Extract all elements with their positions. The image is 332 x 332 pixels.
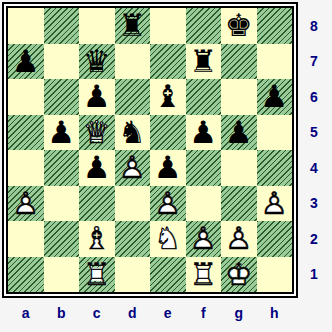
- square-d3[interactable]: [115, 186, 151, 222]
- square-a2[interactable]: [8, 221, 44, 257]
- piece-glyph: ♟: [221, 115, 257, 151]
- piece-black-king[interactable]: ♚: [221, 8, 257, 44]
- piece-glyph: ♟: [257, 79, 293, 115]
- piece-glyph: ♟: [44, 115, 80, 151]
- square-c2[interactable]: ♝♗: [79, 221, 115, 257]
- piece-white-pawn[interactable]: ♟♙: [186, 221, 222, 257]
- piece-black-pawn[interactable]: ♟: [221, 115, 257, 151]
- piece-glyph: ♚: [221, 8, 257, 44]
- rank-label-1: 1: [300, 257, 328, 293]
- file-label-f: f: [186, 300, 222, 326]
- square-f4[interactable]: [186, 150, 222, 186]
- rank-label-4: 4: [300, 150, 328, 186]
- piece-glyph-fill: ♟: [257, 186, 293, 222]
- file-label-d: d: [115, 300, 151, 326]
- square-h3[interactable]: ♟♙: [257, 186, 293, 222]
- chess-diagram: ♜♚♟♛♜♟♝♟♟♛♕♞♟♟♟♟♙♟♟♙♟♙♟♙♝♗♞♘♟♙♟♙♜♖♜♖♚♔ a…: [0, 0, 332, 332]
- piece-black-bishop[interactable]: ♝: [150, 79, 186, 115]
- square-d1[interactable]: [115, 257, 151, 293]
- piece-glyph-outline: ♕: [79, 115, 115, 151]
- rank-label-5: 5: [300, 115, 328, 151]
- square-b7[interactable]: [44, 44, 80, 80]
- rank-label-3: 3: [300, 186, 328, 222]
- piece-white-pawn[interactable]: ♟♙: [257, 186, 293, 222]
- piece-white-rook[interactable]: ♜♖: [79, 257, 115, 293]
- piece-glyph: ♟: [79, 150, 115, 186]
- square-h1[interactable]: [257, 257, 293, 293]
- square-d6[interactable]: [115, 79, 151, 115]
- piece-glyph: ♟: [186, 115, 222, 151]
- piece-black-pawn[interactable]: ♟: [8, 44, 44, 80]
- piece-black-pawn[interactable]: ♟: [186, 115, 222, 151]
- board-grid: ♜♚♟♛♜♟♝♟♟♛♕♞♟♟♟♟♙♟♟♙♟♙♟♙♝♗♞♘♟♙♟♙♜♖♜♖♚♔: [6, 6, 294, 294]
- piece-glyph-outline: ♙: [115, 150, 151, 186]
- piece-glyph: ♟: [79, 79, 115, 115]
- piece-white-pawn[interactable]: ♟♙: [221, 221, 257, 257]
- square-c5[interactable]: ♛♕: [79, 115, 115, 151]
- piece-glyph-fill: ♟: [8, 186, 44, 222]
- square-f8[interactable]: [186, 8, 222, 44]
- square-e7[interactable]: [150, 44, 186, 80]
- piece-white-pawn[interactable]: ♟♙: [150, 186, 186, 222]
- square-a6[interactable]: [8, 79, 44, 115]
- piece-glyph-outline: ♗: [79, 221, 115, 257]
- square-b8[interactable]: [44, 8, 80, 44]
- piece-black-pawn[interactable]: ♟: [150, 150, 186, 186]
- square-g8[interactable]: ♚: [221, 8, 257, 44]
- piece-black-rook[interactable]: ♜: [186, 44, 222, 80]
- rank-labels: 87654321: [300, 8, 328, 292]
- piece-glyph: ♝: [150, 79, 186, 115]
- piece-glyph-fill: ♟: [115, 150, 151, 186]
- square-d4[interactable]: ♟♙: [115, 150, 151, 186]
- board-frame: ♜♚♟♛♜♟♝♟♟♛♕♞♟♟♟♟♙♟♟♙♟♙♟♙♝♗♞♘♟♙♟♙♜♖♜♖♚♔: [2, 2, 298, 298]
- square-f5[interactable]: ♟: [186, 115, 222, 151]
- square-c4[interactable]: ♟: [79, 150, 115, 186]
- piece-white-queen[interactable]: ♛♕: [79, 115, 115, 151]
- square-g2[interactable]: ♟♙: [221, 221, 257, 257]
- piece-glyph: ♞: [115, 115, 151, 151]
- file-label-a: a: [8, 300, 44, 326]
- piece-white-bishop[interactable]: ♝♗: [79, 221, 115, 257]
- piece-glyph: ♟: [8, 44, 44, 80]
- square-d5[interactable]: ♞: [115, 115, 151, 151]
- square-f3[interactable]: [186, 186, 222, 222]
- piece-glyph-outline: ♙: [257, 186, 293, 222]
- piece-black-pawn[interactable]: ♟: [44, 115, 80, 151]
- piece-black-queen[interactable]: ♛: [79, 44, 115, 80]
- square-a8[interactable]: [8, 8, 44, 44]
- square-c7[interactable]: ♛: [79, 44, 115, 80]
- square-c8[interactable]: [79, 8, 115, 44]
- rank-label-7: 7: [300, 44, 328, 80]
- square-b6[interactable]: [44, 79, 80, 115]
- square-c6[interactable]: ♟: [79, 79, 115, 115]
- piece-glyph-outline: ♖: [79, 257, 115, 293]
- piece-glyph: ♜: [186, 44, 222, 80]
- file-label-b: b: [44, 300, 80, 326]
- square-a4[interactable]: [8, 150, 44, 186]
- square-g3[interactable]: [221, 186, 257, 222]
- piece-white-king[interactable]: ♚♔: [221, 257, 257, 293]
- square-f1[interactable]: ♜♖: [186, 257, 222, 293]
- piece-glyph-outline: ♙: [8, 186, 44, 222]
- square-b1[interactable]: [44, 257, 80, 293]
- file-label-h: h: [257, 300, 293, 326]
- square-e1[interactable]: [150, 257, 186, 293]
- piece-black-pawn[interactable]: ♟: [257, 79, 293, 115]
- rank-label-2: 2: [300, 221, 328, 257]
- rank-label-8: 8: [300, 8, 328, 44]
- piece-glyph: ♛: [79, 44, 115, 80]
- square-b3[interactable]: [44, 186, 80, 222]
- square-e3[interactable]: ♟♙: [150, 186, 186, 222]
- square-a7[interactable]: ♟: [8, 44, 44, 80]
- piece-white-pawn[interactable]: ♟♙: [8, 186, 44, 222]
- square-d7[interactable]: [115, 44, 151, 80]
- file-label-e: e: [150, 300, 186, 326]
- square-e6[interactable]: ♝: [150, 79, 186, 115]
- piece-glyph-outline: ♔: [221, 257, 257, 293]
- piece-glyph-outline: ♙: [186, 221, 222, 257]
- square-d8[interactable]: ♜: [115, 8, 151, 44]
- piece-glyph-outline: ♙: [150, 186, 186, 222]
- square-a3[interactable]: ♟♙: [8, 186, 44, 222]
- square-e4[interactable]: ♟: [150, 150, 186, 186]
- square-g4[interactable]: [221, 150, 257, 186]
- square-h7[interactable]: [257, 44, 293, 80]
- square-e5[interactable]: [150, 115, 186, 151]
- piece-glyph: ♜: [115, 8, 151, 44]
- square-f7[interactable]: ♜: [186, 44, 222, 80]
- piece-white-rook[interactable]: ♜♖: [186, 257, 222, 293]
- piece-glyph-outline: ♘: [150, 221, 186, 257]
- piece-black-pawn[interactable]: ♟: [79, 150, 115, 186]
- square-a5[interactable]: [8, 115, 44, 151]
- piece-glyph-fill: ♟: [221, 221, 257, 257]
- square-f2[interactable]: ♟♙: [186, 221, 222, 257]
- piece-black-rook[interactable]: ♜: [115, 8, 151, 44]
- file-labels: abcdefgh: [8, 300, 292, 326]
- square-g7[interactable]: [221, 44, 257, 80]
- piece-glyph-fill: ♟: [150, 186, 186, 222]
- square-e8[interactable]: [150, 8, 186, 44]
- square-g6[interactable]: [221, 79, 257, 115]
- square-h2[interactable]: [257, 221, 293, 257]
- square-c3[interactable]: [79, 186, 115, 222]
- piece-glyph-fill: ♜: [186, 257, 222, 293]
- square-h4[interactable]: [257, 150, 293, 186]
- square-g5[interactable]: ♟: [221, 115, 257, 151]
- piece-glyph-fill: ♚: [221, 257, 257, 293]
- piece-glyph: ♟: [150, 150, 186, 186]
- rank-label-6: 6: [300, 79, 328, 115]
- file-label-c: c: [79, 300, 115, 326]
- piece-glyph-outline: ♖: [186, 257, 222, 293]
- piece-glyph-outline: ♙: [221, 221, 257, 257]
- file-label-g: g: [221, 300, 257, 326]
- square-b4[interactable]: [44, 150, 80, 186]
- piece-white-knight[interactable]: ♞♘: [150, 221, 186, 257]
- piece-glyph-fill: ♜: [79, 257, 115, 293]
- piece-black-pawn[interactable]: ♟: [79, 79, 115, 115]
- square-h5[interactable]: [257, 115, 293, 151]
- square-c1[interactable]: ♜♖: [79, 257, 115, 293]
- square-d2[interactable]: [115, 221, 151, 257]
- square-h6[interactable]: ♟: [257, 79, 293, 115]
- piece-white-pawn[interactable]: ♟♙: [115, 150, 151, 186]
- square-f6[interactable]: [186, 79, 222, 115]
- square-b5[interactable]: ♟: [44, 115, 80, 151]
- piece-black-knight[interactable]: ♞: [115, 115, 151, 151]
- piece-glyph-fill: ♝: [79, 221, 115, 257]
- square-a1[interactable]: [8, 257, 44, 293]
- square-e2[interactable]: ♞♘: [150, 221, 186, 257]
- piece-glyph-fill: ♟: [186, 221, 222, 257]
- piece-glyph-fill: ♛: [79, 115, 115, 151]
- square-h8[interactable]: [257, 8, 293, 44]
- square-g1[interactable]: ♚♔: [221, 257, 257, 293]
- piece-glyph-fill: ♞: [150, 221, 186, 257]
- square-b2[interactable]: [44, 221, 80, 257]
